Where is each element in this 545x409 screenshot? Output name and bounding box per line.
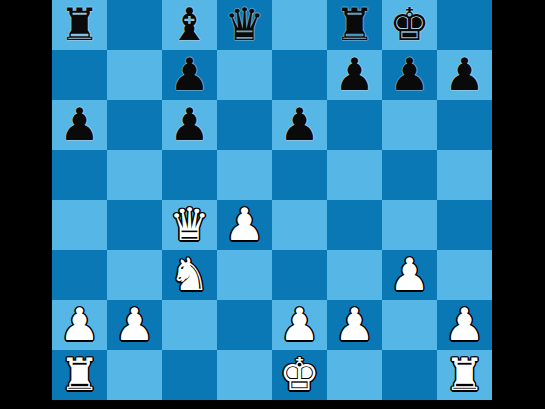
piece-white-pawn[interactable]: ♟ bbox=[334, 300, 374, 350]
square-f4[interactable] bbox=[327, 200, 382, 250]
square-c3[interactable]: ♞ bbox=[162, 250, 217, 300]
square-e2[interactable]: ♟ bbox=[272, 300, 327, 350]
square-c8[interactable]: ♝ bbox=[162, 0, 217, 50]
square-e8[interactable] bbox=[272, 0, 327, 50]
piece-white-pawn[interactable]: ♟ bbox=[59, 300, 99, 350]
square-b6[interactable] bbox=[107, 100, 162, 150]
square-a7[interactable] bbox=[52, 50, 107, 100]
piece-black-pawn[interactable]: ♟ bbox=[444, 50, 484, 100]
square-b3[interactable] bbox=[107, 250, 162, 300]
square-h8[interactable] bbox=[437, 0, 492, 50]
square-a5[interactable] bbox=[52, 150, 107, 200]
piece-black-bishop[interactable]: ♝ bbox=[169, 0, 209, 50]
square-h7[interactable]: ♟ bbox=[437, 50, 492, 100]
square-c2[interactable] bbox=[162, 300, 217, 350]
square-d6[interactable] bbox=[217, 100, 272, 150]
piece-black-pawn[interactable]: ♟ bbox=[59, 100, 99, 150]
square-g3[interactable]: ♟ bbox=[382, 250, 437, 300]
square-a1[interactable]: ♜ bbox=[52, 350, 107, 400]
square-a2[interactable]: ♟ bbox=[52, 300, 107, 350]
square-b7[interactable] bbox=[107, 50, 162, 100]
square-a8[interactable]: ♜ bbox=[52, 0, 107, 50]
square-g1[interactable] bbox=[382, 350, 437, 400]
square-d5[interactable] bbox=[217, 150, 272, 200]
piece-white-rook[interactable]: ♜ bbox=[59, 350, 99, 400]
piece-black-rook[interactable]: ♜ bbox=[334, 0, 374, 50]
piece-white-pawn[interactable]: ♟ bbox=[444, 300, 484, 350]
square-b2[interactable]: ♟ bbox=[107, 300, 162, 350]
square-c1[interactable] bbox=[162, 350, 217, 400]
square-e6[interactable]: ♟ bbox=[272, 100, 327, 150]
square-e1[interactable]: ♚ bbox=[272, 350, 327, 400]
piece-white-pawn[interactable]: ♟ bbox=[279, 300, 319, 350]
square-h5[interactable] bbox=[437, 150, 492, 200]
square-a6[interactable]: ♟ bbox=[52, 100, 107, 150]
square-h3[interactable] bbox=[437, 250, 492, 300]
square-c5[interactable] bbox=[162, 150, 217, 200]
square-g7[interactable]: ♟ bbox=[382, 50, 437, 100]
square-g6[interactable] bbox=[382, 100, 437, 150]
square-a3[interactable] bbox=[52, 250, 107, 300]
square-g5[interactable] bbox=[382, 150, 437, 200]
piece-black-pawn[interactable]: ♟ bbox=[279, 100, 319, 150]
piece-white-rook[interactable]: ♜ bbox=[444, 350, 484, 400]
square-h1[interactable]: ♜ bbox=[437, 350, 492, 400]
square-b1[interactable] bbox=[107, 350, 162, 400]
square-f2[interactable]: ♟ bbox=[327, 300, 382, 350]
piece-white-pawn[interactable]: ♟ bbox=[389, 250, 429, 300]
square-g4[interactable] bbox=[382, 200, 437, 250]
piece-black-king[interactable]: ♚ bbox=[389, 0, 429, 50]
square-d2[interactable] bbox=[217, 300, 272, 350]
piece-white-knight[interactable]: ♞ bbox=[169, 250, 209, 300]
square-g8[interactable]: ♚ bbox=[382, 0, 437, 50]
square-f5[interactable] bbox=[327, 150, 382, 200]
square-b8[interactable] bbox=[107, 0, 162, 50]
square-h2[interactable]: ♟ bbox=[437, 300, 492, 350]
piece-white-queen[interactable]: ♛ bbox=[169, 200, 209, 250]
square-c7[interactable]: ♟ bbox=[162, 50, 217, 100]
square-f8[interactable]: ♜ bbox=[327, 0, 382, 50]
piece-white-pawn[interactable]: ♟ bbox=[114, 300, 154, 350]
letterbox-background: ♜♝♛♜♚♟♟♟♟♟♟♟♛♟♞♟♟♟♟♟♟♜♚♜ bbox=[0, 0, 545, 409]
square-a4[interactable] bbox=[52, 200, 107, 250]
square-d4[interactable]: ♟ bbox=[217, 200, 272, 250]
square-e3[interactable] bbox=[272, 250, 327, 300]
square-f6[interactable] bbox=[327, 100, 382, 150]
square-b5[interactable] bbox=[107, 150, 162, 200]
piece-black-pawn[interactable]: ♟ bbox=[334, 50, 374, 100]
square-f7[interactable]: ♟ bbox=[327, 50, 382, 100]
piece-black-pawn[interactable]: ♟ bbox=[389, 50, 429, 100]
piece-black-pawn[interactable]: ♟ bbox=[169, 50, 209, 100]
square-f3[interactable] bbox=[327, 250, 382, 300]
piece-black-pawn[interactable]: ♟ bbox=[169, 100, 209, 150]
piece-white-pawn[interactable]: ♟ bbox=[224, 200, 264, 250]
square-d7[interactable] bbox=[217, 50, 272, 100]
square-d8[interactable]: ♛ bbox=[217, 0, 272, 50]
chess-board: ♜♝♛♜♚♟♟♟♟♟♟♟♛♟♞♟♟♟♟♟♟♜♚♜ bbox=[52, 0, 492, 400]
square-e7[interactable] bbox=[272, 50, 327, 100]
square-c6[interactable]: ♟ bbox=[162, 100, 217, 150]
piece-white-king[interactable]: ♚ bbox=[279, 350, 319, 400]
square-e4[interactable] bbox=[272, 200, 327, 250]
square-g2[interactable] bbox=[382, 300, 437, 350]
square-d1[interactable] bbox=[217, 350, 272, 400]
square-h6[interactable] bbox=[437, 100, 492, 150]
piece-black-rook[interactable]: ♜ bbox=[59, 0, 99, 50]
square-c4[interactable]: ♛ bbox=[162, 200, 217, 250]
square-e5[interactable] bbox=[272, 150, 327, 200]
square-d3[interactable] bbox=[217, 250, 272, 300]
square-b4[interactable] bbox=[107, 200, 162, 250]
square-h4[interactable] bbox=[437, 200, 492, 250]
piece-black-queen[interactable]: ♛ bbox=[224, 0, 264, 50]
square-f1[interactable] bbox=[327, 350, 382, 400]
